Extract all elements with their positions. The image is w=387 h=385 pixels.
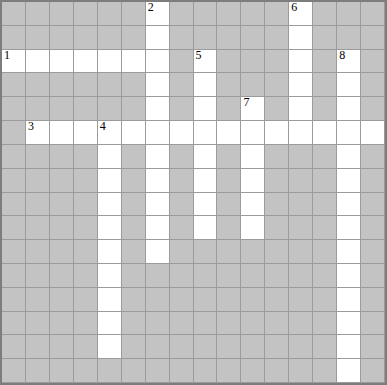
cell-r13-c0	[2, 312, 26, 336]
cell-r0-c12[interactable]: 6	[289, 2, 313, 26]
cell-r15-c10	[241, 359, 265, 383]
cell-r9-c4[interactable]	[98, 216, 122, 240]
cell-r13-c8	[194, 312, 218, 336]
cell-r4-c14[interactable]	[337, 97, 361, 121]
cell-r13-c7	[170, 312, 194, 336]
cell-r13-c14[interactable]	[337, 312, 361, 336]
cell-r9-c6[interactable]	[146, 216, 170, 240]
clue-number: 2	[148, 1, 154, 15]
cell-r15-c14[interactable]	[337, 359, 361, 383]
cell-r10-c13	[313, 240, 337, 264]
cell-r4-c11	[265, 97, 289, 121]
cell-r9-c2	[50, 216, 74, 240]
cell-r9-c1	[26, 216, 50, 240]
cell-r3-c6[interactable]	[146, 73, 170, 97]
cell-r8-c1	[26, 193, 50, 217]
cell-r2-c6[interactable]	[146, 50, 170, 74]
clue-number: 3	[28, 120, 34, 134]
cell-r14-c5	[122, 335, 146, 359]
cell-r6-c13	[313, 145, 337, 169]
cell-r6-c6[interactable]	[146, 145, 170, 169]
cell-r10-c1	[26, 240, 50, 264]
cell-r10-c10	[241, 240, 265, 264]
cell-r9-c3	[74, 216, 98, 240]
cell-r5-c13[interactable]	[313, 121, 337, 145]
cell-r3-c13	[313, 73, 337, 97]
cell-r5-c1[interactable]: 3	[26, 121, 50, 145]
cell-r15-c12	[289, 359, 313, 383]
cell-r8-c15	[361, 193, 385, 217]
cell-r15-c11	[265, 359, 289, 383]
cell-r14-c1	[26, 335, 50, 359]
cell-r8-c3	[74, 193, 98, 217]
cell-r7-c3	[74, 169, 98, 193]
cell-r10-c9	[217, 240, 241, 264]
cell-r3-c5	[122, 73, 146, 97]
cell-r4-c13	[313, 97, 337, 121]
cell-r7-c7	[170, 169, 194, 193]
cell-r6-c2	[50, 145, 74, 169]
cell-r13-c15	[361, 312, 385, 336]
cell-r13-c12	[289, 312, 313, 336]
cell-r7-c9	[217, 169, 241, 193]
cell-r1-c15	[361, 26, 385, 50]
clue-number: 5	[196, 49, 202, 63]
cell-r10-c15	[361, 240, 385, 264]
cell-r0-c3	[74, 2, 98, 26]
clue-number: 8	[339, 49, 345, 63]
cell-r6-c3	[74, 145, 98, 169]
cell-r2-c0[interactable]: 1	[2, 50, 26, 74]
cell-r14-c9	[217, 335, 241, 359]
cell-r4-c8[interactable]	[194, 97, 218, 121]
cell-r9-c9	[217, 216, 241, 240]
cell-r14-c15	[361, 335, 385, 359]
cell-r6-c12	[289, 145, 313, 169]
cell-r2-c13	[313, 50, 337, 74]
cell-r9-c0	[2, 216, 26, 240]
cell-r12-c1	[26, 288, 50, 312]
cell-r11-c5	[122, 264, 146, 288]
cell-r2-c9	[217, 50, 241, 74]
cell-r3-c14[interactable]	[337, 73, 361, 97]
cell-r9-c5	[122, 216, 146, 240]
cell-r0-c0	[2, 2, 26, 26]
cell-r0-c6[interactable]: 2	[146, 2, 170, 26]
cell-r2-c8[interactable]: 5	[194, 50, 218, 74]
cell-r10-c7	[170, 240, 194, 264]
cell-r11-c14[interactable]	[337, 264, 361, 288]
cell-r5-c3[interactable]	[74, 121, 98, 145]
cell-r7-c0	[2, 169, 26, 193]
cell-r0-c15	[361, 2, 385, 26]
cell-r5-c6[interactable]	[146, 121, 170, 145]
cell-r11-c1	[26, 264, 50, 288]
cell-r6-c14[interactable]	[337, 145, 361, 169]
cell-r8-c4[interactable]	[98, 193, 122, 217]
cell-r12-c10	[241, 288, 265, 312]
cell-r1-c7	[170, 26, 194, 50]
cell-r1-c13	[313, 26, 337, 50]
cell-r14-c11	[265, 335, 289, 359]
cell-r6-c15	[361, 145, 385, 169]
cell-r9-c14[interactable]	[337, 216, 361, 240]
cell-r5-c0	[2, 121, 26, 145]
cell-r13-c10	[241, 312, 265, 336]
cell-r5-c15[interactable]	[361, 121, 385, 145]
cell-r11-c15	[361, 264, 385, 288]
cell-r1-c12[interactable]	[289, 26, 313, 50]
cell-r10-c0	[2, 240, 26, 264]
cell-r4-c7	[170, 97, 194, 121]
cell-r6-c7	[170, 145, 194, 169]
cell-r2-c14[interactable]: 8	[337, 50, 361, 74]
cell-r13-c3	[74, 312, 98, 336]
cell-r3-c15	[361, 73, 385, 97]
cell-r4-c12[interactable]	[289, 97, 313, 121]
cell-r4-c6[interactable]	[146, 97, 170, 121]
cell-r11-c6	[146, 264, 170, 288]
cell-r4-c4	[98, 97, 122, 121]
cell-r0-c7	[170, 2, 194, 26]
cell-r4-c3	[74, 97, 98, 121]
cell-r4-c15	[361, 97, 385, 121]
cell-r2-c12[interactable]	[289, 50, 313, 74]
cell-r15-c0	[2, 359, 26, 383]
cell-r15-c7	[170, 359, 194, 383]
cell-r8-c10[interactable]	[241, 193, 265, 217]
cell-r11-c4[interactable]	[98, 264, 122, 288]
cell-r6-c0	[2, 145, 26, 169]
cell-r2-c1[interactable]	[26, 50, 50, 74]
cell-r12-c14[interactable]	[337, 288, 361, 312]
cell-r1-c11	[265, 26, 289, 50]
clue-number: 4	[100, 120, 106, 134]
cell-r10-c8	[194, 240, 218, 264]
cell-r5-c10[interactable]	[241, 121, 265, 145]
cell-r11-c13	[313, 264, 337, 288]
clue-number: 7	[243, 96, 249, 110]
cell-r4-c0	[2, 97, 26, 121]
cell-r2-c7	[170, 50, 194, 74]
cell-r9-c10[interactable]	[241, 216, 265, 240]
cell-r5-c4[interactable]: 4	[98, 121, 122, 145]
cell-r12-c3	[74, 288, 98, 312]
cell-r3-c9	[217, 73, 241, 97]
cell-r6-c10[interactable]	[241, 145, 265, 169]
cell-r11-c3	[74, 264, 98, 288]
cell-r1-c4	[98, 26, 122, 50]
cell-r7-c1	[26, 169, 50, 193]
cell-r13-c13	[313, 312, 337, 336]
cell-r14-c13	[313, 335, 337, 359]
cell-r14-c7	[170, 335, 194, 359]
cell-r13-c4[interactable]	[98, 312, 122, 336]
cell-r12-c7	[170, 288, 194, 312]
crossword-board: 26158734	[0, 0, 387, 385]
cell-r8-c8[interactable]	[194, 193, 218, 217]
cell-r3-c12[interactable]	[289, 73, 313, 97]
cell-r6-c11	[265, 145, 289, 169]
cell-r8-c7	[170, 193, 194, 217]
cell-r2-c10	[241, 50, 265, 74]
cell-r12-c15	[361, 288, 385, 312]
cell-r7-c11	[265, 169, 289, 193]
cell-r6-c5	[122, 145, 146, 169]
cell-r8-c12	[289, 193, 313, 217]
cell-r6-c4[interactable]	[98, 145, 122, 169]
cell-r13-c2	[50, 312, 74, 336]
cell-r7-c2	[50, 169, 74, 193]
cell-r15-c3	[74, 359, 98, 383]
cell-r10-c5	[122, 240, 146, 264]
clue-number: 6	[291, 1, 297, 15]
cell-r3-c3	[74, 73, 98, 97]
cell-r10-c4[interactable]	[98, 240, 122, 264]
cell-r10-c12	[289, 240, 313, 264]
cell-r11-c2	[50, 264, 74, 288]
cell-r2-c11	[265, 50, 289, 74]
cell-r0-c9	[217, 2, 241, 26]
cell-r1-c10	[241, 26, 265, 50]
cell-r9-c8[interactable]	[194, 216, 218, 240]
cell-r12-c12	[289, 288, 313, 312]
cell-r1-c0	[2, 26, 26, 50]
cell-r1-c14	[337, 26, 361, 50]
cell-r3-c4	[98, 73, 122, 97]
cell-r8-c11	[265, 193, 289, 217]
cell-r11-c11	[265, 264, 289, 288]
cell-r3-c10	[241, 73, 265, 97]
cell-r13-c6	[146, 312, 170, 336]
cell-r3-c0	[2, 73, 26, 97]
cell-r10-c3	[74, 240, 98, 264]
cell-r1-c1	[26, 26, 50, 50]
cell-r13-c5	[122, 312, 146, 336]
cell-r9-c15	[361, 216, 385, 240]
cell-r11-c9	[217, 264, 241, 288]
cell-r5-c7[interactable]	[170, 121, 194, 145]
cell-r2-c2[interactable]	[50, 50, 74, 74]
cell-r10-c2	[50, 240, 74, 264]
cell-r3-c8[interactable]	[194, 73, 218, 97]
cell-r0-c5	[122, 2, 146, 26]
cell-r6-c1	[26, 145, 50, 169]
cell-r5-c11[interactable]	[265, 121, 289, 145]
cell-r0-c14	[337, 2, 361, 26]
cell-r12-c8	[194, 288, 218, 312]
cell-r13-c11	[265, 312, 289, 336]
cell-r1-c2	[50, 26, 74, 50]
cell-r15-c6	[146, 359, 170, 383]
cell-r15-c5	[122, 359, 146, 383]
cell-r11-c12	[289, 264, 313, 288]
cell-r0-c10	[241, 2, 265, 26]
cell-r15-c2	[50, 359, 74, 383]
cell-r9-c11	[265, 216, 289, 240]
cell-r10-c11	[265, 240, 289, 264]
cell-r5-c2[interactable]	[50, 121, 74, 145]
cell-r8-c6[interactable]	[146, 193, 170, 217]
cell-r2-c5[interactable]	[122, 50, 146, 74]
cell-r1-c5	[122, 26, 146, 50]
cell-r3-c2	[50, 73, 74, 97]
cell-r13-c9	[217, 312, 241, 336]
cell-r5-c9[interactable]	[217, 121, 241, 145]
cell-r4-c2	[50, 97, 74, 121]
cell-r12-c0	[2, 288, 26, 312]
cell-r5-c8[interactable]	[194, 121, 218, 145]
cell-r13-c1	[26, 312, 50, 336]
cell-r0-c2	[50, 2, 74, 26]
cell-r1-c9	[217, 26, 241, 50]
cell-r7-c12	[289, 169, 313, 193]
cell-r0-c11	[265, 2, 289, 26]
cell-r10-c6[interactable]	[146, 240, 170, 264]
cell-r14-c2	[50, 335, 74, 359]
clue-number: 1	[4, 49, 10, 63]
cell-r0-c13	[313, 2, 337, 26]
cell-r11-c0	[2, 264, 26, 288]
cell-r6-c9	[217, 145, 241, 169]
cell-r8-c5	[122, 193, 146, 217]
cell-r10-c14[interactable]	[337, 240, 361, 264]
cell-r7-c6[interactable]	[146, 169, 170, 193]
cell-r12-c9	[217, 288, 241, 312]
cell-r8-c2	[50, 193, 74, 217]
cell-r7-c13	[313, 169, 337, 193]
cell-r2-c4[interactable]	[98, 50, 122, 74]
cell-r2-c3[interactable]	[74, 50, 98, 74]
cell-r7-c8[interactable]	[194, 169, 218, 193]
cell-r12-c11	[265, 288, 289, 312]
cell-r14-c6	[146, 335, 170, 359]
cell-r7-c5	[122, 169, 146, 193]
cell-r15-c8	[194, 359, 218, 383]
cell-r11-c10	[241, 264, 265, 288]
cell-r15-c4	[98, 359, 122, 383]
cell-r4-c5	[122, 97, 146, 121]
cell-r8-c13	[313, 193, 337, 217]
cell-r7-c4[interactable]	[98, 169, 122, 193]
cell-r9-c12	[289, 216, 313, 240]
cell-r9-c7	[170, 216, 194, 240]
cell-r15-c9	[217, 359, 241, 383]
cell-r3-c11	[265, 73, 289, 97]
cell-r14-c8	[194, 335, 218, 359]
cell-r12-c4[interactable]	[98, 288, 122, 312]
cell-r5-c14[interactable]	[337, 121, 361, 145]
cell-r12-c6	[146, 288, 170, 312]
cell-r8-c0	[2, 193, 26, 217]
cell-r11-c7	[170, 264, 194, 288]
cell-r11-c8	[194, 264, 218, 288]
cell-r14-c10	[241, 335, 265, 359]
cell-r12-c2	[50, 288, 74, 312]
cell-r4-c1	[26, 97, 50, 121]
cell-r4-c10[interactable]: 7	[241, 97, 265, 121]
cell-r8-c9	[217, 193, 241, 217]
cell-r15-c15	[361, 359, 385, 383]
cell-r7-c10[interactable]	[241, 169, 265, 193]
cell-r7-c14[interactable]	[337, 169, 361, 193]
cell-r8-c14[interactable]	[337, 193, 361, 217]
cell-r1-c3	[74, 26, 98, 50]
cell-r1-c6[interactable]	[146, 26, 170, 50]
cell-r0-c4	[98, 2, 122, 26]
cell-r7-c15	[361, 169, 385, 193]
cell-r12-c5	[122, 288, 146, 312]
cell-r1-c8	[194, 26, 218, 50]
cell-r14-c3	[74, 335, 98, 359]
cell-r15-c13	[313, 359, 337, 383]
cell-r5-c12[interactable]	[289, 121, 313, 145]
cell-r12-c13	[313, 288, 337, 312]
cell-r9-c13	[313, 216, 337, 240]
cell-r4-c9	[217, 97, 241, 121]
cell-r14-c0	[2, 335, 26, 359]
cell-r3-c1	[26, 73, 50, 97]
cell-r14-c4[interactable]	[98, 335, 122, 359]
cell-r14-c12	[289, 335, 313, 359]
cell-r3-c7	[170, 73, 194, 97]
cell-r0-c8	[194, 2, 218, 26]
cell-r6-c8[interactable]	[194, 145, 218, 169]
cell-r0-c1	[26, 2, 50, 26]
cell-r2-c15	[361, 50, 385, 74]
cell-r15-c1	[26, 359, 50, 383]
cell-r14-c14[interactable]	[337, 335, 361, 359]
cell-r5-c5[interactable]	[122, 121, 146, 145]
